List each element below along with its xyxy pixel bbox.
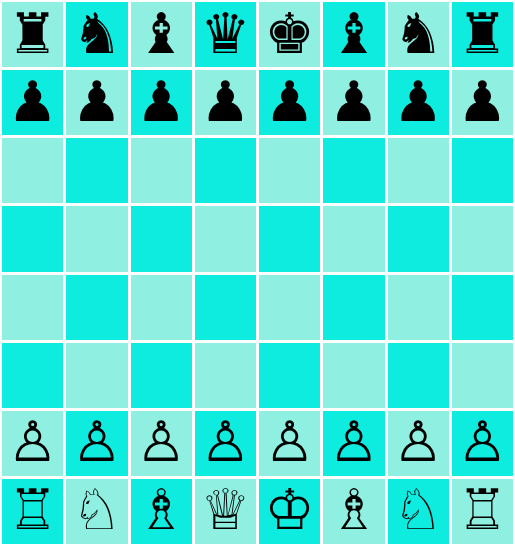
- square-b3[interactable]: [66, 343, 127, 408]
- square-f2[interactable]: ♙: [323, 411, 384, 476]
- square-d8[interactable]: ♛: [195, 2, 256, 67]
- chess-board-container: ♜♞♝♛♚♝♞♜♟♟♟♟♟♟♟♟♙♙♙♙♙♙♙♙♖♘♗♕♔♗♘♖: [0, 0, 515, 546]
- piece-black-rook[interactable]: ♜: [8, 6, 58, 62]
- piece-black-pawn[interactable]: ♟: [265, 74, 315, 130]
- square-b4[interactable]: [66, 275, 127, 340]
- square-h5[interactable]: [452, 206, 513, 271]
- square-c3[interactable]: [131, 343, 192, 408]
- piece-white-bishop[interactable]: ♗: [136, 482, 186, 538]
- square-e4[interactable]: [259, 275, 320, 340]
- square-a3[interactable]: [2, 343, 63, 408]
- piece-black-pawn[interactable]: ♟: [329, 74, 379, 130]
- piece-white-knight[interactable]: ♘: [72, 482, 122, 538]
- square-a7[interactable]: ♟: [2, 70, 63, 135]
- piece-black-king[interactable]: ♚: [265, 6, 315, 62]
- piece-white-pawn[interactable]: ♙: [457, 414, 507, 470]
- square-f4[interactable]: [323, 275, 384, 340]
- piece-black-pawn[interactable]: ♟: [393, 74, 443, 130]
- square-d5[interactable]: [195, 206, 256, 271]
- chess-board: ♜♞♝♛♚♝♞♜♟♟♟♟♟♟♟♟♙♙♙♙♙♙♙♙♖♘♗♕♔♗♘♖: [0, 0, 515, 546]
- piece-black-rook[interactable]: ♜: [457, 6, 507, 62]
- square-h7[interactable]: ♟: [452, 70, 513, 135]
- square-e5[interactable]: [259, 206, 320, 271]
- square-g1[interactable]: ♘: [388, 479, 449, 544]
- square-d1[interactable]: ♕: [195, 479, 256, 544]
- square-e3[interactable]: [259, 343, 320, 408]
- square-a4[interactable]: [2, 275, 63, 340]
- piece-black-pawn[interactable]: ♟: [136, 74, 186, 130]
- piece-white-pawn[interactable]: ♙: [393, 414, 443, 470]
- square-h3[interactable]: [452, 343, 513, 408]
- square-g4[interactable]: [388, 275, 449, 340]
- piece-white-pawn[interactable]: ♙: [136, 414, 186, 470]
- square-b7[interactable]: ♟: [66, 70, 127, 135]
- square-f7[interactable]: ♟: [323, 70, 384, 135]
- piece-white-rook[interactable]: ♖: [457, 482, 507, 538]
- square-d3[interactable]: [195, 343, 256, 408]
- square-b2[interactable]: ♙: [66, 411, 127, 476]
- square-d4[interactable]: [195, 275, 256, 340]
- piece-white-pawn[interactable]: ♙: [265, 414, 315, 470]
- square-d6[interactable]: [195, 138, 256, 203]
- square-e1[interactable]: ♔: [259, 479, 320, 544]
- piece-white-pawn[interactable]: ♙: [329, 414, 379, 470]
- square-e8[interactable]: ♚: [259, 2, 320, 67]
- square-g6[interactable]: [388, 138, 449, 203]
- piece-black-knight[interactable]: ♞: [72, 6, 122, 62]
- piece-black-pawn[interactable]: ♟: [72, 74, 122, 130]
- square-e6[interactable]: [259, 138, 320, 203]
- square-d2[interactable]: ♙: [195, 411, 256, 476]
- piece-white-pawn[interactable]: ♙: [72, 414, 122, 470]
- square-h1[interactable]: ♖: [452, 479, 513, 544]
- piece-white-pawn[interactable]: ♙: [8, 414, 58, 470]
- piece-black-bishop[interactable]: ♝: [329, 6, 379, 62]
- square-h2[interactable]: ♙: [452, 411, 513, 476]
- square-h4[interactable]: [452, 275, 513, 340]
- piece-black-pawn[interactable]: ♟: [457, 74, 507, 130]
- square-a8[interactable]: ♜: [2, 2, 63, 67]
- piece-black-knight[interactable]: ♞: [393, 6, 443, 62]
- piece-white-king[interactable]: ♔: [265, 482, 315, 538]
- square-c1[interactable]: ♗: [131, 479, 192, 544]
- square-a2[interactable]: ♙: [2, 411, 63, 476]
- square-e2[interactable]: ♙: [259, 411, 320, 476]
- square-c2[interactable]: ♙: [131, 411, 192, 476]
- piece-white-knight[interactable]: ♘: [393, 482, 443, 538]
- square-b6[interactable]: [66, 138, 127, 203]
- square-g8[interactable]: ♞: [388, 2, 449, 67]
- square-a5[interactable]: [2, 206, 63, 271]
- piece-white-pawn[interactable]: ♙: [200, 414, 250, 470]
- piece-white-bishop[interactable]: ♗: [329, 482, 379, 538]
- piece-black-queen[interactable]: ♛: [200, 6, 250, 62]
- square-a1[interactable]: ♖: [2, 479, 63, 544]
- square-g2[interactable]: ♙: [388, 411, 449, 476]
- square-b8[interactable]: ♞: [66, 2, 127, 67]
- square-g3[interactable]: [388, 343, 449, 408]
- square-h8[interactable]: ♜: [452, 2, 513, 67]
- square-b1[interactable]: ♘: [66, 479, 127, 544]
- square-c5[interactable]: [131, 206, 192, 271]
- square-f8[interactable]: ♝: [323, 2, 384, 67]
- square-c8[interactable]: ♝: [131, 2, 192, 67]
- piece-white-queen[interactable]: ♕: [200, 482, 250, 538]
- piece-white-rook[interactable]: ♖: [8, 482, 58, 538]
- square-c7[interactable]: ♟: [131, 70, 192, 135]
- square-d7[interactable]: ♟: [195, 70, 256, 135]
- square-h6[interactable]: [452, 138, 513, 203]
- square-f5[interactable]: [323, 206, 384, 271]
- square-f3[interactable]: [323, 343, 384, 408]
- piece-black-bishop[interactable]: ♝: [136, 6, 186, 62]
- square-e7[interactable]: ♟: [259, 70, 320, 135]
- piece-black-pawn[interactable]: ♟: [8, 74, 58, 130]
- square-g7[interactable]: ♟: [388, 70, 449, 135]
- square-f1[interactable]: ♗: [323, 479, 384, 544]
- square-c6[interactable]: [131, 138, 192, 203]
- square-c4[interactable]: [131, 275, 192, 340]
- piece-black-pawn[interactable]: ♟: [200, 74, 250, 130]
- square-g5[interactable]: [388, 206, 449, 271]
- square-f6[interactable]: [323, 138, 384, 203]
- square-b5[interactable]: [66, 206, 127, 271]
- square-a6[interactable]: [2, 138, 63, 203]
